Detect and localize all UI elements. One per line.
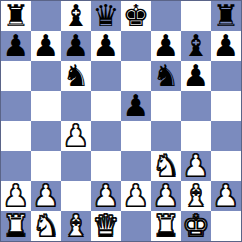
- square-h4[interactable]: [211, 121, 241, 151]
- white-pawn[interactable]: ♟: [3, 181, 30, 211]
- chess-board: ♜♝♛♚♜♟♟♟♟♟♝♟♞♞♟♟♟♞♟♟♟♟♟♟♝♟♜♞♝♛♜♚: [0, 0, 242, 242]
- black-pawn[interactable]: ♟: [183, 61, 210, 91]
- square-e5[interactable]: ♟: [121, 91, 151, 121]
- white-pawn[interactable]: ♟: [153, 181, 180, 211]
- square-h6[interactable]: [211, 61, 241, 91]
- square-h5[interactable]: [211, 91, 241, 121]
- white-pawn[interactable]: ♟: [183, 151, 210, 181]
- square-c6[interactable]: ♞: [61, 61, 91, 91]
- white-rook[interactable]: ♜: [153, 211, 180, 241]
- square-c5[interactable]: [61, 91, 91, 121]
- white-queen[interactable]: ♛: [93, 211, 120, 241]
- square-b6[interactable]: [31, 61, 61, 91]
- square-b4[interactable]: [31, 121, 61, 151]
- square-h8[interactable]: ♜: [211, 1, 241, 31]
- square-c1[interactable]: ♝: [61, 211, 91, 241]
- white-king[interactable]: ♚: [183, 211, 210, 241]
- square-b8[interactable]: [31, 1, 61, 31]
- square-a4[interactable]: [1, 121, 31, 151]
- black-queen[interactable]: ♛: [93, 1, 120, 31]
- square-e4[interactable]: [121, 121, 151, 151]
- square-h1[interactable]: [211, 211, 241, 241]
- square-h2[interactable]: ♟: [211, 181, 241, 211]
- square-g8[interactable]: [181, 1, 211, 31]
- square-g4[interactable]: [181, 121, 211, 151]
- square-d4[interactable]: [91, 121, 121, 151]
- square-f5[interactable]: [151, 91, 181, 121]
- square-c7[interactable]: ♟: [61, 31, 91, 61]
- square-f6[interactable]: ♞: [151, 61, 181, 91]
- square-d1[interactable]: ♛: [91, 211, 121, 241]
- black-pawn[interactable]: ♟: [93, 31, 120, 61]
- square-f1[interactable]: ♜: [151, 211, 181, 241]
- square-a1[interactable]: ♜: [1, 211, 31, 241]
- white-pawn[interactable]: ♟: [63, 121, 90, 151]
- square-g3[interactable]: ♟: [181, 151, 211, 181]
- square-e3[interactable]: [121, 151, 151, 181]
- square-a5[interactable]: [1, 91, 31, 121]
- square-g1[interactable]: ♚: [181, 211, 211, 241]
- square-a6[interactable]: [1, 61, 31, 91]
- white-bishop[interactable]: ♝: [183, 181, 210, 211]
- square-d5[interactable]: [91, 91, 121, 121]
- square-d3[interactable]: [91, 151, 121, 181]
- white-pawn[interactable]: ♟: [93, 181, 120, 211]
- black-knight[interactable]: ♞: [153, 61, 180, 91]
- black-bishop[interactable]: ♝: [183, 31, 210, 61]
- square-b2[interactable]: ♟: [31, 181, 61, 211]
- square-c2[interactable]: [61, 181, 91, 211]
- square-e1[interactable]: [121, 211, 151, 241]
- white-pawn[interactable]: ♟: [33, 181, 60, 211]
- square-f7[interactable]: ♟: [151, 31, 181, 61]
- square-g6[interactable]: ♟: [181, 61, 211, 91]
- square-f3[interactable]: ♞: [151, 151, 181, 181]
- square-d6[interactable]: [91, 61, 121, 91]
- square-d7[interactable]: ♟: [91, 31, 121, 61]
- black-knight[interactable]: ♞: [63, 61, 90, 91]
- white-knight[interactable]: ♞: [33, 211, 60, 241]
- square-c8[interactable]: ♝: [61, 1, 91, 31]
- square-e8[interactable]: ♚: [121, 1, 151, 31]
- white-knight[interactable]: ♞: [153, 151, 180, 181]
- square-g2[interactable]: ♝: [181, 181, 211, 211]
- square-e2[interactable]: ♟: [121, 181, 151, 211]
- square-h7[interactable]: ♟: [211, 31, 241, 61]
- square-b1[interactable]: ♞: [31, 211, 61, 241]
- square-f2[interactable]: ♟: [151, 181, 181, 211]
- square-g7[interactable]: ♝: [181, 31, 211, 61]
- square-e6[interactable]: [121, 61, 151, 91]
- black-bishop[interactable]: ♝: [63, 1, 90, 31]
- white-pawn[interactable]: ♟: [123, 181, 150, 211]
- square-d8[interactable]: ♛: [91, 1, 121, 31]
- square-a3[interactable]: [1, 151, 31, 181]
- square-h3[interactable]: [211, 151, 241, 181]
- square-e7[interactable]: [121, 31, 151, 61]
- black-pawn[interactable]: ♟: [3, 31, 30, 61]
- square-b7[interactable]: ♟: [31, 31, 61, 61]
- black-rook[interactable]: ♜: [213, 1, 240, 31]
- square-a8[interactable]: ♜: [1, 1, 31, 31]
- black-pawn[interactable]: ♟: [123, 91, 150, 121]
- square-b3[interactable]: [31, 151, 61, 181]
- square-b5[interactable]: [31, 91, 61, 121]
- chess-board-container: ♜♝♛♚♜♟♟♟♟♟♝♟♞♞♟♟♟♞♟♟♟♟♟♟♝♟♜♞♝♛♜♚: [0, 0, 242, 242]
- black-king[interactable]: ♚: [123, 1, 150, 31]
- black-pawn[interactable]: ♟: [153, 31, 180, 61]
- square-d2[interactable]: ♟: [91, 181, 121, 211]
- white-bishop[interactable]: ♝: [63, 211, 90, 241]
- square-a7[interactable]: ♟: [1, 31, 31, 61]
- black-pawn[interactable]: ♟: [33, 31, 60, 61]
- square-c4[interactable]: ♟: [61, 121, 91, 151]
- black-pawn[interactable]: ♟: [213, 31, 240, 61]
- square-a2[interactable]: ♟: [1, 181, 31, 211]
- square-c3[interactable]: [61, 151, 91, 181]
- square-f4[interactable]: [151, 121, 181, 151]
- square-f8[interactable]: [151, 1, 181, 31]
- white-rook[interactable]: ♜: [3, 211, 30, 241]
- white-pawn[interactable]: ♟: [213, 181, 240, 211]
- black-rook[interactable]: ♜: [3, 1, 30, 31]
- square-g5[interactable]: [181, 91, 211, 121]
- black-pawn[interactable]: ♟: [63, 31, 90, 61]
